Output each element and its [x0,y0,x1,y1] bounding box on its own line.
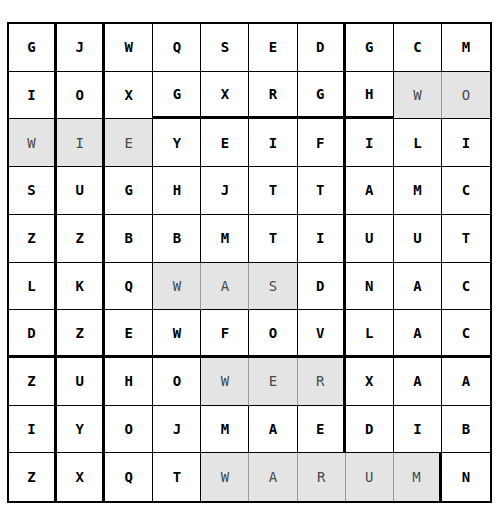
cell-letter: D [316,278,324,294]
cell-letter: O [269,325,277,341]
cell-r4c2[interactable]: U [57,167,105,215]
cell-r6c7[interactable]: D [298,263,346,311]
cell-letter: Z [27,469,35,485]
cell-r4c9[interactable]: M [394,167,442,215]
cell-letter: I [365,135,373,151]
cell-r8c4[interactable]: O [153,358,201,406]
cell-letter: T [462,230,470,246]
cell-r9c2[interactable]: Y [57,406,105,454]
cell-letter: U [75,373,83,389]
cell-letter: Z [27,230,35,246]
cell-r5c3[interactable]: B [105,215,153,263]
cell-r1c6[interactable]: E [249,24,297,72]
cell-letter: E [221,135,229,151]
cell-r2c6[interactable]: R [249,72,297,120]
cell-r5c4[interactable]: B [153,215,201,263]
cell-letter: Z [75,325,83,341]
cell-letter: T [173,469,181,485]
cell-letter: R [317,469,325,485]
cell-letter: D [27,325,35,341]
cell-r1c3[interactable]: W [105,24,153,72]
cell-r6c5[interactable]: A [201,263,249,311]
cell-letter: S [269,278,277,294]
cell-r2c8[interactable]: H [346,72,394,120]
cell-letter: W [221,469,229,485]
cell-letter: F [221,325,229,341]
cell-r10c5[interactable]: W [201,453,249,501]
cell-letter: I [27,87,35,103]
word-search-board: GJWQSEDGCMIOXGXRGHWOWIEYEIFILISUGHJTTAMC… [7,22,492,503]
cell-r6c4[interactable]: W [153,263,201,311]
cell-letter: F [316,135,324,151]
cell-r10c7[interactable]: R [298,453,346,501]
cell-letter: A [269,469,277,485]
cell-letter: A [413,373,421,389]
cell-r7c10[interactable]: C [442,310,490,358]
cell-letter: O [125,421,133,437]
cell-letter: M [221,421,229,437]
cell-letter: M [221,230,229,246]
cell-r2c4[interactable]: G [153,72,201,120]
cell-r9c6[interactable]: A [249,406,297,454]
cell-r9c9[interactable]: I [394,406,442,454]
cell-letter: L [27,278,35,294]
cell-r8c10[interactable]: A [442,358,490,406]
cell-letter: U [75,182,83,198]
cell-r9c8[interactable]: D [346,406,394,454]
cell-r4c4[interactable]: H [153,167,201,215]
cell-r8c8[interactable]: X [346,358,394,406]
cell-r5c5[interactable]: M [201,215,249,263]
cell-r6c3[interactable]: Q [105,263,153,311]
cell-letter: D [365,421,373,437]
cell-letter: I [27,421,35,437]
cell-letter: C [462,278,470,294]
cell-letter: A [221,278,229,294]
cell-r3c10[interactable]: I [442,119,490,167]
cell-letter: M [412,469,420,485]
cell-letter: B [125,230,133,246]
cell-letter: S [221,39,229,55]
cell-r6c10[interactable]: C [442,263,490,311]
cell-r3c6[interactable]: I [249,119,297,167]
cell-letter: S [27,182,35,198]
cell-letter: A [413,278,421,294]
cell-letter: J [173,421,181,437]
cell-letter: Q [173,39,181,55]
cell-letter: D [316,39,324,55]
cell-r3c1[interactable]: W [9,119,57,167]
cell-letter: B [462,421,470,437]
cell-letter: J [221,182,229,198]
cell-r5c1[interactable]: Z [9,215,57,263]
cell-letter: M [413,182,421,198]
cell-letter: X [365,373,373,389]
cell-letter: X [75,469,83,485]
cell-r3c3[interactable]: E [105,119,153,167]
cell-r9c3[interactable]: O [105,406,153,454]
cell-r9c4[interactable]: J [153,406,201,454]
cell-r5c6[interactable]: T [249,215,297,263]
cell-r4c10[interactable]: C [442,167,490,215]
cell-r6c9[interactable]: A [394,263,442,311]
cell-r7c4[interactable]: W [153,310,201,358]
cell-letter: L [365,325,373,341]
cell-r7c1[interactable]: D [9,310,57,358]
cell-r9c5[interactable]: M [201,406,249,454]
cell-r8c1[interactable]: Z [9,358,57,406]
cell-letter: T [269,230,277,246]
cell-letter: I [462,135,470,151]
cell-letter: B [173,230,181,246]
cell-letter: W [125,39,133,55]
cell-letter: W [173,278,181,294]
cell-r7c8[interactable]: L [346,310,394,358]
cell-letter: E [269,39,277,55]
cell-r4c7[interactable]: T [298,167,346,215]
cell-letter: J [75,39,83,55]
cell-letter: Z [27,373,35,389]
cell-r3c9[interactable]: L [394,119,442,167]
cell-r4c8[interactable]: A [346,167,394,215]
cell-letter: Q [125,278,133,294]
cell-letter: R [316,373,324,389]
cell-letter: U [365,230,373,246]
cell-r1c2[interactable]: J [57,24,105,72]
cell-letter: E [269,373,277,389]
cell-r5c10[interactable]: T [442,215,490,263]
cell-letter: H [125,373,133,389]
cell-r3c8[interactable]: I [346,119,394,167]
cell-r2c2[interactable]: O [57,72,105,120]
cell-r8c6[interactable]: E [249,358,297,406]
cell-letter: H [365,86,373,102]
cell-r10c1[interactable]: Z [9,453,57,501]
cell-letter: Y [173,135,181,151]
cell-r7c2[interactable]: Z [57,310,105,358]
cell-r2c9[interactable]: W [394,72,442,120]
cell-r3c5[interactable]: E [201,119,249,167]
cell-r10c9[interactable]: M [394,453,442,501]
cell-letter: N [462,469,470,485]
cell-r6c8[interactable]: N [346,263,394,311]
cell-r6c1[interactable]: L [9,263,57,311]
cell-r10c3[interactable]: Q [105,453,153,501]
cell-r6c2[interactable]: K [57,263,105,311]
cell-r5c2[interactable]: Z [57,215,105,263]
cell-r1c7[interactable]: D [298,24,346,72]
cell-r4c6[interactable]: T [249,167,297,215]
cell-r2c10[interactable]: O [442,72,490,120]
cell-r3c4[interactable]: Y [153,119,201,167]
cell-r7c3[interactable]: E [105,310,153,358]
cell-letter: G [316,86,324,102]
cell-letter: O [173,373,181,389]
cell-r1c1[interactable]: G [9,24,57,72]
cell-r1c10[interactable]: M [442,24,490,72]
cell-r10c8[interactable]: U [346,453,394,501]
cell-r9c7[interactable]: E [298,406,346,454]
cell-letter: C [413,39,421,55]
cell-r8c2[interactable]: U [57,358,105,406]
cell-r7c6[interactable]: O [249,310,297,358]
cell-r6c6[interactable]: S [249,263,297,311]
cell-letter: I [413,421,421,437]
cell-r8c3[interactable]: H [105,358,153,406]
cell-letter: G [27,39,35,55]
cell-letter: G [173,86,181,102]
cell-letter: N [365,278,373,294]
cell-letter: W [27,135,35,151]
cell-letter: A [365,182,373,198]
cell-letter: G [365,39,373,55]
cell-r10c2[interactable]: X [57,453,105,501]
cell-r5c8[interactable]: U [346,215,394,263]
cell-letter: O [462,87,470,103]
cell-r7c9[interactable]: A [394,310,442,358]
cell-letter: E [316,421,324,437]
cell-letter: L [413,135,421,151]
cell-letter: K [75,278,83,294]
cell-r5c9[interactable]: U [394,215,442,263]
cell-r9c1[interactable]: I [9,406,57,454]
cell-r3c7[interactable]: F [298,119,346,167]
cell-letter: T [316,182,324,198]
cell-letter: A [269,421,277,437]
cell-r1c9[interactable]: C [394,24,442,72]
cell-r3c2[interactable]: I [57,119,105,167]
cell-letter: E [125,325,133,341]
cell-letter: X [125,87,133,103]
cell-r9c10[interactable]: B [442,406,490,454]
cell-letter: V [316,325,324,341]
cell-letter: C [462,182,470,198]
cell-r1c4[interactable]: Q [153,24,201,72]
cell-r4c1[interactable]: S [9,167,57,215]
cell-letter: I [269,135,277,151]
cell-letter: I [75,135,83,151]
cell-r8c7[interactable]: R [298,358,346,406]
cell-letter: Y [75,421,83,437]
cell-r5c7[interactable]: I [298,215,346,263]
cell-letter: W [413,87,421,103]
cell-r4c3[interactable]: G [105,167,153,215]
cell-r2c7[interactable]: G [298,72,346,120]
cell-r2c5[interactable]: X [201,72,249,120]
cell-letter: G [125,182,133,198]
cell-letter: E [125,135,133,151]
cell-letter: T [269,182,277,198]
cell-r2c3[interactable]: X [105,72,153,120]
cell-r2c1[interactable]: I [9,72,57,120]
cell-r8c5[interactable]: W [201,358,249,406]
cell-letter: Z [75,230,83,246]
cell-letter: A [462,373,470,389]
cell-letter: U [413,230,421,246]
cell-letter: A [413,325,421,341]
cell-letter: H [173,182,181,198]
cell-r10c10[interactable]: N [442,453,490,501]
cell-r8c9[interactable]: A [394,358,442,406]
cell-r10c4[interactable]: T [153,453,201,501]
cell-letter: C [462,325,470,341]
cell-r7c5[interactable]: F [201,310,249,358]
cell-letter: O [75,87,83,103]
cell-letter: M [462,39,470,55]
cell-r7c7[interactable]: V [298,310,346,358]
cell-letter: X [221,86,229,102]
cell-letter: I [316,230,324,246]
cell-letter: U [365,469,373,485]
cell-letter: R [269,86,277,102]
cell-letter: Q [125,469,133,485]
cell-r4c5[interactable]: J [201,167,249,215]
cell-r1c8[interactable]: G [346,24,394,72]
cell-r1c5[interactable]: S [201,24,249,72]
cell-letter: W [173,325,181,341]
cell-letter: W [221,373,229,389]
cell-r10c6[interactable]: A [249,453,297,501]
